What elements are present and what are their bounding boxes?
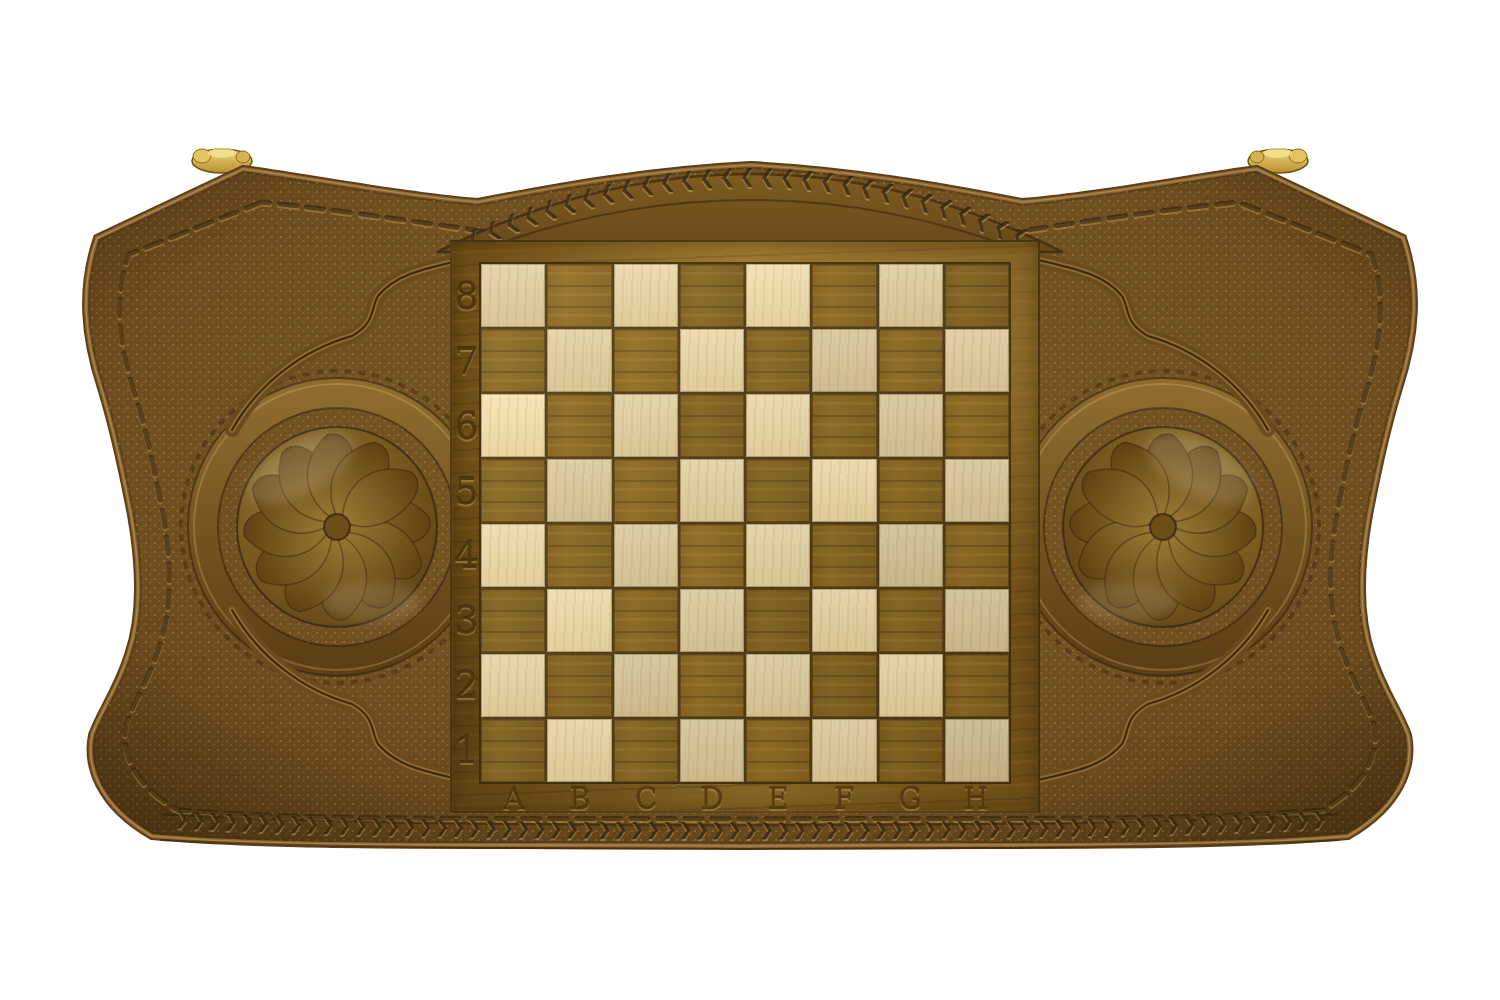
square-c3[interactable]	[614, 589, 678, 652]
square-a7[interactable]	[481, 329, 545, 392]
square-h6[interactable]	[945, 394, 1009, 457]
square-e4[interactable]	[746, 524, 810, 587]
square-b5[interactable]	[547, 459, 611, 522]
rank-label-3: 3	[452, 588, 481, 653]
square-a1[interactable]	[481, 719, 545, 782]
product-photo: ❮❮❮❮❮❮❮❮❮❮❮❮❮❮❮❮❮❮❮❮❮❮❮❮❮❮❮❮❮❮❮❮❮❮❮❮❮❮❮❮…	[0, 0, 1500, 1000]
rank-label-7: 7	[452, 329, 481, 394]
square-d1[interactable]	[680, 719, 744, 782]
rank-label-1: 1	[452, 717, 481, 782]
square-c2[interactable]	[614, 654, 678, 717]
square-b4[interactable]	[547, 524, 611, 587]
file-label-h: H	[943, 783, 1009, 815]
square-d2[interactable]	[680, 654, 744, 717]
square-c4[interactable]	[614, 524, 678, 587]
square-b7[interactable]	[547, 329, 611, 392]
square-e1[interactable]	[746, 719, 810, 782]
square-c8[interactable]	[614, 264, 678, 327]
rank-label-8: 8	[452, 264, 481, 329]
square-b3[interactable]	[547, 589, 611, 652]
square-b1[interactable]	[547, 719, 611, 782]
square-a3[interactable]	[481, 589, 545, 652]
square-a5[interactable]	[481, 459, 545, 522]
square-g7[interactable]	[879, 329, 943, 392]
square-d7[interactable]	[680, 329, 744, 392]
rank-label-5: 5	[452, 458, 481, 523]
square-e6[interactable]	[746, 394, 810, 457]
file-label-f: F	[811, 783, 877, 815]
square-g4[interactable]	[879, 524, 943, 587]
square-e2[interactable]	[746, 654, 810, 717]
square-a4[interactable]	[481, 524, 545, 587]
file-label-g: G	[877, 783, 943, 815]
square-b8[interactable]	[547, 264, 611, 327]
square-c5[interactable]	[614, 459, 678, 522]
rank-labels: 87654321	[452, 264, 481, 782]
square-a6[interactable]	[481, 394, 545, 457]
file-label-e: E	[745, 783, 811, 815]
chess-board	[481, 264, 1009, 782]
rank-label-6: 6	[452, 394, 481, 459]
square-g8[interactable]	[879, 264, 943, 327]
square-f1[interactable]	[812, 719, 876, 782]
square-h1[interactable]	[945, 719, 1009, 782]
square-f2[interactable]	[812, 654, 876, 717]
rank-label-2: 2	[452, 653, 481, 718]
square-d6[interactable]	[680, 394, 744, 457]
square-g5[interactable]	[879, 459, 943, 522]
square-f4[interactable]	[812, 524, 876, 587]
square-a2[interactable]	[481, 654, 545, 717]
square-b6[interactable]	[547, 394, 611, 457]
square-e7[interactable]	[746, 329, 810, 392]
square-f6[interactable]	[812, 394, 876, 457]
square-c6[interactable]	[614, 394, 678, 457]
file-label-d: D	[679, 783, 745, 815]
file-label-b: B	[547, 783, 613, 815]
square-d4[interactable]	[680, 524, 744, 587]
square-f7[interactable]	[812, 329, 876, 392]
square-g6[interactable]	[879, 394, 943, 457]
square-d8[interactable]	[680, 264, 744, 327]
square-b2[interactable]	[547, 654, 611, 717]
file-labels: ABCDEFGH	[481, 783, 1009, 815]
file-label-a: A	[481, 783, 547, 815]
square-c1[interactable]	[614, 719, 678, 782]
chess-panel: 87654321 ABCDEFGH	[450, 240, 1040, 813]
square-f3[interactable]	[812, 589, 876, 652]
square-d5[interactable]	[680, 459, 744, 522]
square-f8[interactable]	[812, 264, 876, 327]
square-d3[interactable]	[680, 589, 744, 652]
file-label-c: C	[613, 783, 679, 815]
square-h8[interactable]	[945, 264, 1009, 327]
square-e3[interactable]	[746, 589, 810, 652]
square-e5[interactable]	[746, 459, 810, 522]
square-f5[interactable]	[812, 459, 876, 522]
square-h5[interactable]	[945, 459, 1009, 522]
square-a8[interactable]	[481, 264, 545, 327]
square-h2[interactable]	[945, 654, 1009, 717]
square-h7[interactable]	[945, 329, 1009, 392]
square-e8[interactable]	[746, 264, 810, 327]
square-g3[interactable]	[879, 589, 943, 652]
square-h4[interactable]	[945, 524, 1009, 587]
square-g1[interactable]	[879, 719, 943, 782]
square-c7[interactable]	[614, 329, 678, 392]
rank-label-4: 4	[452, 523, 481, 588]
square-g2[interactable]	[879, 654, 943, 717]
square-h3[interactable]	[945, 589, 1009, 652]
